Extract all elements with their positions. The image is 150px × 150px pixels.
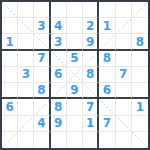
cell-r7c8[interactable]	[116, 99, 132, 115]
cell-r9c5[interactable]	[67, 132, 83, 148]
given-digit: 3	[54, 36, 62, 48]
cell-r9c3[interactable]	[34, 132, 50, 148]
given-digit: 4	[54, 20, 62, 32]
given-digit: 5	[70, 52, 78, 64]
cell-r8c7[interactable]: 7	[99, 116, 115, 132]
cell-r1c7[interactable]	[99, 2, 115, 18]
cell-r8c2[interactable]	[18, 116, 34, 132]
cell-r2c2[interactable]	[18, 18, 34, 34]
cell-r4c9[interactable]	[132, 51, 148, 67]
cell-r9c8[interactable]	[116, 132, 132, 148]
cell-r2c5[interactable]	[67, 18, 83, 34]
cell-r2c9[interactable]	[132, 18, 148, 34]
cell-r8c4[interactable]: 9	[51, 116, 67, 132]
given-digit: 7	[37, 52, 45, 64]
given-digit: 1	[136, 101, 144, 113]
cell-r7c6[interactable]: 7	[83, 99, 99, 115]
cell-r3c9[interactable]: 8	[132, 34, 148, 50]
cell-r6c2[interactable]	[18, 83, 34, 99]
cell-r9c1[interactable]	[2, 132, 18, 148]
given-digit: 6	[54, 68, 62, 80]
cell-r9c7[interactable]	[99, 132, 115, 148]
cell-r7c4[interactable]: 8	[51, 99, 67, 115]
given-digit: 6	[5, 101, 13, 113]
cell-r8c5[interactable]	[67, 116, 83, 132]
cell-r7c1[interactable]: 6	[2, 99, 18, 115]
cell-r8c9[interactable]	[132, 116, 148, 132]
cell-r4c2[interactable]	[18, 51, 34, 67]
cell-r4c4[interactable]	[51, 51, 67, 67]
cell-r2c4[interactable]: 4	[51, 18, 67, 34]
cell-r5c8[interactable]: 7	[116, 67, 132, 83]
cell-r3c6[interactable]: 9	[83, 34, 99, 50]
cell-r1c1[interactable]	[2, 2, 18, 18]
cell-r3c1[interactable]: 1	[2, 34, 18, 50]
cell-r4c8[interactable]	[116, 51, 132, 67]
cell-r4c1[interactable]	[2, 51, 18, 67]
cell-r1c2[interactable]	[18, 2, 34, 18]
cell-r3c7[interactable]	[99, 34, 115, 50]
cell-r3c8[interactable]	[116, 34, 132, 50]
cell-r8c1[interactable]	[2, 116, 18, 132]
cell-r7c7[interactable]	[99, 99, 115, 115]
sudoku-board: 34211398758368789668714917	[0, 0, 150, 150]
given-digit: 6	[103, 84, 111, 96]
given-digit: 1	[103, 20, 111, 32]
given-digit: 8	[86, 68, 94, 80]
given-digit: 4	[37, 117, 45, 129]
cell-r1c9[interactable]	[132, 2, 148, 18]
cell-r9c9[interactable]	[132, 132, 148, 148]
cell-r5c9[interactable]	[132, 67, 148, 83]
given-digit: 8	[37, 84, 45, 96]
cell-r9c6[interactable]	[83, 132, 99, 148]
given-digit: 2	[86, 20, 94, 32]
given-digit: 3	[22, 68, 30, 80]
given-digit: 1	[86, 117, 94, 129]
cell-r8c6[interactable]: 1	[83, 116, 99, 132]
cell-r3c5[interactable]	[67, 34, 83, 50]
given-digit: 8	[103, 52, 111, 64]
cell-r2c6[interactable]: 2	[83, 18, 99, 34]
cell-r5c4[interactable]: 6	[51, 67, 67, 83]
cell-r4c5[interactable]: 5	[67, 51, 83, 67]
cell-r3c2[interactable]	[18, 34, 34, 50]
cell-r8c3[interactable]: 4	[34, 116, 50, 132]
cell-r6c5[interactable]: 9	[67, 83, 83, 99]
cell-r9c4[interactable]	[51, 132, 67, 148]
cell-r4c3[interactable]: 7	[34, 51, 50, 67]
cell-r3c3[interactable]	[34, 34, 50, 50]
cell-r7c3[interactable]	[34, 99, 50, 115]
given-digit: 8	[54, 101, 62, 113]
given-digit: 7	[86, 101, 94, 113]
cell-r2c8[interactable]	[116, 18, 132, 34]
cell-r2c3[interactable]: 3	[34, 18, 50, 34]
cell-r1c8[interactable]	[116, 2, 132, 18]
cell-r4c6[interactable]	[83, 51, 99, 67]
cell-r6c8[interactable]	[116, 83, 132, 99]
cell-r6c7[interactable]: 6	[99, 83, 115, 99]
cell-r9c2[interactable]	[18, 132, 34, 148]
cell-r6c3[interactable]: 8	[34, 83, 50, 99]
cell-r5c1[interactable]	[2, 67, 18, 83]
cell-r5c2[interactable]: 3	[18, 67, 34, 83]
given-digit: 3	[37, 20, 45, 32]
cell-r1c3[interactable]	[34, 2, 50, 18]
cell-r6c4[interactable]	[51, 83, 67, 99]
given-digit: 1	[5, 36, 13, 48]
given-digit: 8	[136, 36, 144, 48]
cell-r2c1[interactable]	[2, 18, 18, 34]
cell-r5c7[interactable]	[99, 67, 115, 83]
cell-r1c6[interactable]	[83, 2, 99, 18]
given-digit: 7	[119, 68, 127, 80]
given-digit: 9	[70, 84, 78, 96]
sudoku-grid: 34211398758368789668714917	[2, 2, 148, 148]
cell-r7c2[interactable]	[18, 99, 34, 115]
cell-r6c9[interactable]	[132, 83, 148, 99]
cell-r2c7[interactable]: 1	[99, 18, 115, 34]
cell-r6c6[interactable]	[83, 83, 99, 99]
cell-r5c5[interactable]	[67, 67, 83, 83]
given-digit: 9	[86, 36, 94, 48]
cell-r1c4[interactable]	[51, 2, 67, 18]
cell-r6c1[interactable]	[2, 83, 18, 99]
cell-r5c3[interactable]	[34, 67, 50, 83]
cell-r4c7[interactable]: 8	[99, 51, 115, 67]
given-digit: 9	[54, 117, 62, 129]
cell-r5c6[interactable]: 8	[83, 67, 99, 83]
cell-r7c5[interactable]	[67, 99, 83, 115]
cell-r1c5[interactable]	[67, 2, 83, 18]
cell-r3c4[interactable]: 3	[51, 34, 67, 50]
given-digit: 7	[103, 117, 111, 129]
cell-r7c9[interactable]: 1	[132, 99, 148, 115]
cell-r8c8[interactable]	[116, 116, 132, 132]
